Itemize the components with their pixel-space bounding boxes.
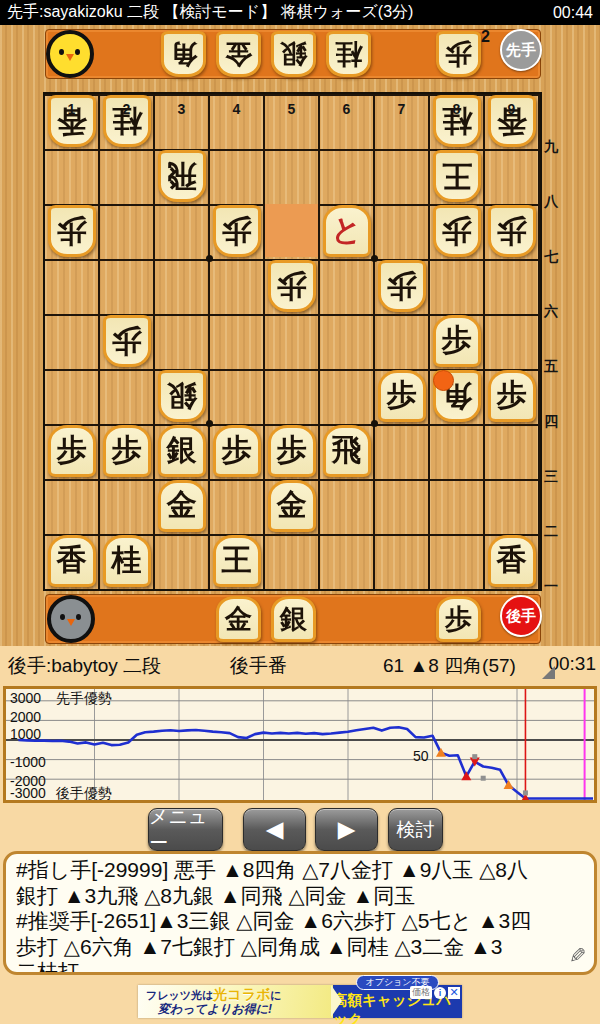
file-label: 3 (155, 101, 208, 117)
last-move-marker (433, 370, 454, 391)
sente-clock: 00:44 (553, 4, 593, 22)
shogi-piece-金[interactable]: 金 (216, 31, 261, 77)
piece-glyph: 歩 (222, 430, 252, 471)
badge-sente: 先手 (500, 29, 542, 71)
shogi-piece-歩[interactable]: 歩 (213, 205, 261, 257)
shogi-piece-歩[interactable]: 歩 (436, 596, 481, 642)
analysis-text[interactable]: #指し手[-29999] 悪手 ▲8四角 △7八金打 ▲9八玉 △8八銀打 ▲3… (3, 851, 597, 975)
current-move-label[interactable]: 61 ▲8 四角(57) (383, 653, 516, 679)
avatar-eye-icon (59, 49, 64, 55)
piece-glyph: 王 (222, 540, 252, 581)
ad-banner[interactable]: フレッツ光は光コラボに 変わってよりお得に! オプション不要 高額キャッシュバッ… (138, 985, 462, 1018)
file-label: 4 (210, 101, 263, 117)
move-dropdown-icon[interactable] (542, 666, 555, 679)
file-label: 1 (45, 101, 98, 117)
rank-label: 六 (543, 303, 559, 321)
rank-label: 八 (543, 193, 559, 211)
piece-glyph: 歩 (445, 601, 472, 637)
hand-tray-gote: 金銀歩 (45, 594, 541, 644)
gote-player-label: 後手:babytoy 二段 (8, 653, 161, 679)
svg-text:3000: 3000 (10, 690, 41, 706)
piece-glyph: 歩 (57, 210, 87, 251)
svg-text:-1000: -1000 (10, 754, 46, 770)
piece-glyph: 歩 (277, 265, 307, 306)
avatar-eye-icon (75, 49, 80, 55)
rank-label: 七 (543, 248, 559, 266)
ad-arrow-icon (331, 985, 342, 1017)
piece-glyph: 歩 (497, 375, 527, 416)
shogi-piece-桂[interactable]: 桂 (326, 31, 371, 77)
analysis-line: 歩打 △6六角 ▲7七銀打 △同角成 ▲同桂 △3二金 ▲3 (16, 934, 584, 960)
shogi-piece-桂[interactable]: 桂 (103, 535, 151, 587)
piece-glyph: 香 (57, 540, 87, 581)
piece-glyph: 歩 (497, 210, 527, 251)
ad-close-icon[interactable]: ✕ (448, 987, 460, 999)
piece-glyph: 銀 (167, 375, 197, 416)
shogi-piece-歩[interactable]: 歩 (103, 315, 151, 367)
avatar-sente[interactable] (46, 30, 94, 78)
piece-glyph: 飛 (167, 155, 197, 196)
file-label: 5 (265, 101, 318, 117)
ad-price-tag[interactable]: 価格 (410, 986, 432, 999)
analysis-line: #指し手[-29999] 悪手 ▲8四角 △7八金打 ▲9八玉 △8八 (16, 857, 584, 883)
piece-glyph: 歩 (112, 320, 142, 361)
piece-glyph: 歩 (112, 430, 142, 471)
piece-glyph: 桂 (112, 540, 142, 581)
ad-gold-text: 光コラボ (213, 986, 270, 1002)
shogi-piece-歩[interactable]: 歩 (433, 315, 481, 367)
avatar-beak-icon (67, 619, 75, 626)
analysis-line: #推奨手[-2651]▲3三銀 △同金 ▲6六歩打 △5七と ▲3四 (16, 908, 584, 934)
shogi-piece-銀[interactable]: 銀 (158, 425, 206, 477)
hand-tray-sente: 角金銀桂歩2 (45, 29, 541, 79)
shogi-piece-金[interactable]: 金 (158, 480, 206, 532)
piece-glyph: 香 (497, 540, 527, 581)
file-label: 9 (485, 101, 538, 117)
piece-glyph: 金 (277, 485, 307, 526)
piece-glyph: 金 (167, 485, 197, 526)
rank-label: 三 (543, 468, 559, 486)
board-panel: 角金銀桂歩2 先手 香桂桂香飛王歩歩と歩歩歩歩歩歩銀歩角歩歩歩銀歩歩飛金金香桂王… (0, 25, 600, 646)
piece-glyph: 歩 (387, 265, 417, 306)
shogi-piece-歩[interactable]: 歩 (103, 425, 151, 477)
shogi-piece-歩[interactable]: 歩 (378, 260, 426, 312)
shogi-piece-王[interactable]: 王 (433, 150, 481, 202)
screen: 先手:sayakizoku 二段 【検討モード】 将棋ウォーズ(3分) 00:4… (0, 0, 600, 1024)
piece-glyph: 歩 (442, 320, 472, 361)
analysis-line: 銀打 ▲3九飛 △8九銀 ▲同飛 △同金 ▲同玉 (16, 883, 584, 909)
shogi-piece-香[interactable]: 香 (488, 535, 536, 587)
menu-button[interactable]: メニュー (148, 808, 223, 851)
rank-label: 二 (543, 523, 559, 541)
shogi-piece-歩[interactable]: 歩 (488, 370, 536, 422)
piece-glyph: 歩 (222, 210, 252, 251)
gote-clock: 00:31 (548, 653, 596, 675)
shogi-piece-飛[interactable]: 飛 (323, 425, 371, 477)
analyze-button[interactable]: 検討 (388, 808, 443, 851)
piece-glyph: 飛 (332, 430, 362, 471)
shogi-piece-歩[interactable]: 歩 (213, 425, 261, 477)
prev-move-button[interactable]: ◀ (243, 808, 306, 851)
shogi-piece-歩[interactable]: 歩 (433, 205, 481, 257)
svg-text:2000: 2000 (10, 709, 41, 725)
file-label: 8 (430, 101, 483, 117)
pencil-icon[interactable]: ✎ (569, 944, 587, 968)
avatar-beak-icon (66, 54, 74, 61)
piece-glyph: 歩 (387, 375, 417, 416)
shogi-piece-角[interactable]: 角 (161, 31, 206, 77)
piece-glyph: 銀 (280, 601, 307, 637)
avatar-eye-icon (60, 614, 65, 620)
evaluation-graph[interactable]: 300020001000-1000-2000-3000先手優勢後手優勢50 (3, 686, 597, 803)
ad-left: フレッツ光は光コラボに 変わってよりお得に! (138, 985, 333, 1018)
badge-gote: 後手 (500, 595, 542, 637)
ad-info-icon[interactable]: i (434, 987, 446, 999)
shogi-piece-金[interactable]: 金 (216, 596, 261, 642)
avatar-eye-icon (76, 614, 81, 620)
shogi-piece-金[interactable]: 金 (268, 480, 316, 532)
piece-glyph: 王 (442, 155, 472, 196)
shogi-piece-飛[interactable]: 飛 (158, 150, 206, 202)
file-label: 7 (375, 101, 428, 117)
shogi-piece-銀[interactable]: 銀 (158, 370, 206, 422)
match-title: 先手:sayakizoku 二段 【検討モード】 将棋ウォーズ(3分) (7, 2, 413, 23)
shogi-piece-歩[interactable]: 歩 (48, 425, 96, 477)
board[interactable]: 香桂桂香飛王歩歩と歩歩歩歩歩歩銀歩角歩歩歩銀歩歩飛金金香桂王香 (43, 92, 542, 591)
svg-text:先手優勢: 先手優勢 (56, 690, 112, 706)
shogi-piece-王[interactable]: 王 (213, 535, 261, 587)
svg-text:後手優勢: 後手優勢 (55, 785, 112, 800)
eval-chart-svg: 300020001000-1000-2000-3000先手優勢後手優勢50 (6, 689, 594, 800)
shogi-piece-銀[interactable]: 銀 (271, 596, 316, 642)
piece-glyph: 歩 (57, 430, 87, 471)
shogi-piece-歩[interactable]: 歩 (268, 425, 316, 477)
piece-glyph: 銀 (280, 36, 307, 72)
analysis-line: 二桂打 (16, 959, 584, 975)
top-bar: 先手:sayakizoku 二段 【検討モード】 将棋ウォーズ(3分) 00:4… (0, 0, 600, 25)
shogi-piece-銀[interactable]: 銀 (271, 31, 316, 77)
status-bar: 後手:babytoy 二段 後手番 61 ▲8 四角(57) 00:31 (0, 646, 600, 684)
piece-glyph: 金 (225, 36, 252, 72)
shogi-piece-歩[interactable]: 歩 (488, 205, 536, 257)
next-move-button[interactable]: ▶ (315, 808, 378, 851)
piece-glyph: 銀 (167, 430, 197, 471)
shogi-piece-香[interactable]: 香 (48, 535, 96, 587)
piece-glyph: 桂 (335, 36, 362, 72)
svg-text:-3000: -3000 (10, 785, 46, 800)
rank-label: 四 (543, 413, 559, 431)
shogi-piece-歩[interactable]: 歩 (436, 31, 481, 77)
piece-glyph: 歩 (442, 210, 472, 251)
rank-label: 九 (543, 138, 559, 156)
file-label: 2 (100, 101, 153, 117)
svg-text:50: 50 (413, 748, 429, 764)
turn-indicator: 後手番 (230, 653, 287, 679)
shogi-piece-歩[interactable]: 歩 (268, 260, 316, 312)
hand-count: 2 (481, 28, 490, 46)
highlight-square[interactable] (265, 204, 318, 257)
avatar-gote[interactable] (47, 595, 95, 643)
piece-glyph: 歩 (445, 36, 472, 72)
rank-label: 一 (543, 578, 559, 596)
piece-glyph: 金 (225, 601, 252, 637)
piece-glyph: と (331, 210, 362, 251)
rank-label: 五 (543, 358, 559, 376)
shogi-piece-歩[interactable]: 歩 (378, 370, 426, 422)
piece-glyph: 角 (170, 36, 197, 72)
file-label: 6 (320, 101, 373, 117)
shogi-piece-tokin[interactable]: と (323, 205, 371, 257)
shogi-piece-歩[interactable]: 歩 (48, 205, 96, 257)
piece-glyph: 歩 (277, 430, 307, 471)
